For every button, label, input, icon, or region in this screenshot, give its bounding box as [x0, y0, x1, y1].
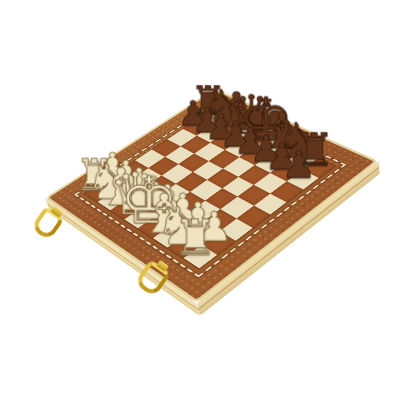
chess-set-photo: ♜♞♝♛♚♝♞♜♟♟♟♟♟♟♟♟♟♟♟♟♟♟♟♟♜♞♝♛♚♝♞♜: [0, 0, 400, 400]
chess-board-box: ♜♞♝♛♚♝♞♜♟♟♟♟♟♟♟♟♟♟♟♟♟♟♟♟♜♞♝♛♚♝♞♜: [45, 89, 379, 304]
board-field: ♜♞♝♛♚♝♞♜♟♟♟♟♟♟♟♟♟♟♟♟♟♟♟♟♜♞♝♛♚♝♞♜: [85, 109, 335, 268]
board-scene: ♜♞♝♛♚♝♞♜♟♟♟♟♟♟♟♟♟♟♟♟♟♟♟♟♜♞♝♛♚♝♞♜: [0, 0, 400, 400]
white-rook: ♜: [171, 211, 220, 260]
black-pawn: ♟: [276, 144, 322, 182]
board-top-face: ♜♞♝♛♚♝♞♜♟♟♟♟♟♟♟♟♟♟♟♟♟♟♟♟♜♞♝♛♚♝♞♜: [45, 89, 379, 304]
